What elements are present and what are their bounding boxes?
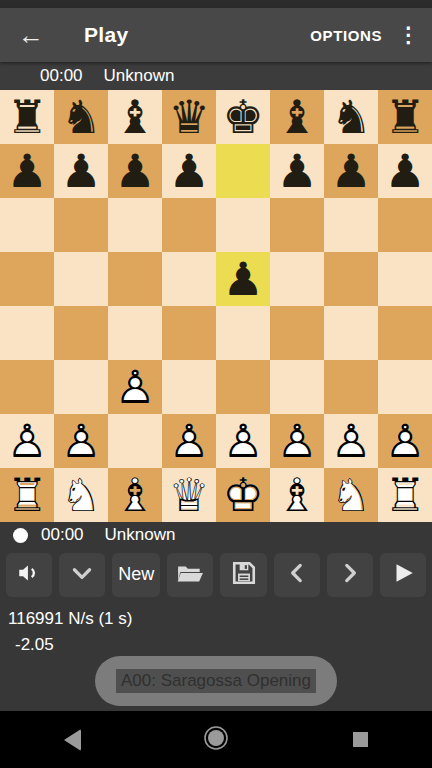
square-c3[interactable]: ♟♙	[108, 360, 162, 414]
black-pawn-c7: ♟	[108, 144, 162, 198]
square-d8[interactable]: ♛	[162, 90, 216, 144]
new-game-button[interactable]: New	[112, 553, 160, 597]
square-f6[interactable]	[270, 198, 324, 252]
move-forward-button[interactable]	[327, 553, 373, 597]
sound-button[interactable]	[6, 553, 52, 597]
square-c7[interactable]: ♟	[108, 144, 162, 198]
square-a7[interactable]: ♟	[0, 144, 54, 198]
square-b8[interactable]: ♞	[54, 90, 108, 144]
nav-back-button[interactable]	[0, 729, 144, 751]
black-bishop-c8: ♝	[108, 90, 162, 144]
white-player-name: Unknown	[105, 525, 176, 545]
white-king-e1: ♚♔	[216, 468, 270, 522]
square-e5[interactable]: ♟	[216, 252, 270, 306]
white-pawn-c3: ♟♙	[108, 360, 162, 414]
square-c8[interactable]: ♝	[108, 90, 162, 144]
square-d6[interactable]	[162, 198, 216, 252]
black-clock-time: 00:00	[40, 66, 83, 86]
app-bar: ← Play OPTIONS ⋮	[0, 8, 432, 62]
square-d3[interactable]	[162, 360, 216, 414]
square-e4[interactable]	[216, 306, 270, 360]
chess-board[interactable]: ♜♞♝♛♚♝♞♜♟♟♟♟♟♟♟♟♟♙♟♙♟♙♟♙♟♙♟♙♟♙♟♙♜♖♞♘♝♗♛♕…	[0, 90, 432, 522]
square-b7[interactable]: ♟	[54, 144, 108, 198]
square-g3[interactable]	[324, 360, 378, 414]
engine-eval-line: -2.05	[8, 632, 432, 658]
white-knight-b1: ♞♘	[54, 468, 108, 522]
white-pawn-b2: ♟♙	[54, 414, 108, 468]
square-f1[interactable]: ♝♗	[270, 468, 324, 522]
square-a5[interactable]	[0, 252, 54, 306]
white-pawn-e2: ♟♙	[216, 414, 270, 468]
black-knight-b8: ♞	[54, 90, 108, 144]
move-list-dropdown-button[interactable]	[59, 553, 105, 597]
white-rook-a1: ♜♖	[0, 468, 54, 522]
square-f5[interactable]	[270, 252, 324, 306]
white-pawn-f2: ♟♙	[270, 414, 324, 468]
folder-open-icon	[176, 560, 204, 589]
open-file-button[interactable]	[167, 553, 213, 597]
square-b6[interactable]	[54, 198, 108, 252]
square-d7[interactable]: ♟	[162, 144, 216, 198]
black-king-e8: ♚	[216, 90, 270, 144]
white-queen-d1: ♛♕	[162, 468, 216, 522]
square-b5[interactable]	[54, 252, 108, 306]
square-g1[interactable]: ♞♘	[324, 468, 378, 522]
move-back-button[interactable]	[274, 553, 320, 597]
square-g6[interactable]	[324, 198, 378, 252]
square-f3[interactable]	[270, 360, 324, 414]
square-d5[interactable]	[162, 252, 216, 306]
white-clock-time: 00:00	[41, 525, 84, 545]
opening-toast-text: A00: Saragossa Opening	[116, 669, 316, 693]
square-h8[interactable]: ♜	[378, 90, 432, 144]
white-bishop-f1: ♝♗	[270, 468, 324, 522]
nav-back-icon	[64, 729, 81, 751]
play-icon	[390, 560, 416, 589]
nav-home-button[interactable]	[144, 723, 288, 757]
square-e2[interactable]: ♟♙	[216, 414, 270, 468]
square-e7[interactable]	[216, 144, 270, 198]
square-f4[interactable]	[270, 306, 324, 360]
black-rook-a8: ♜	[0, 90, 54, 144]
nav-home-icon	[201, 723, 231, 757]
black-pawn-a7: ♟	[0, 144, 54, 198]
status-bar	[0, 0, 432, 8]
square-a8[interactable]: ♜	[0, 90, 54, 144]
engine-nps-line: 116991 N/s (1 s)	[8, 606, 432, 632]
square-d4[interactable]	[162, 306, 216, 360]
square-a4[interactable]	[0, 306, 54, 360]
white-to-move-indicator	[13, 528, 28, 543]
square-e3[interactable]	[216, 360, 270, 414]
black-pawn-f7: ♟	[270, 144, 324, 198]
black-bishop-f8: ♝	[270, 90, 324, 144]
go-play-button[interactable]	[380, 553, 426, 597]
square-b1[interactable]: ♞♘	[54, 468, 108, 522]
white-rook-h1: ♜♖	[378, 468, 432, 522]
square-a6[interactable]	[0, 198, 54, 252]
opening-toast: A00: Saragossa Opening	[95, 656, 337, 706]
square-b4[interactable]	[54, 306, 108, 360]
black-pawn-b7: ♟	[54, 144, 108, 198]
square-b3[interactable]	[54, 360, 108, 414]
square-h6[interactable]	[378, 198, 432, 252]
chevron-down-icon	[69, 560, 95, 589]
square-e1[interactable]: ♚♔	[216, 468, 270, 522]
nav-recents-button[interactable]	[288, 732, 432, 747]
square-c1[interactable]: ♝♗	[108, 468, 162, 522]
black-pawn-h7: ♟	[378, 144, 432, 198]
nav-recents-icon	[353, 732, 368, 747]
bottom-panel: 00:00 Unknown New	[0, 522, 432, 711]
black-pawn-e5: ♟	[216, 252, 270, 306]
black-pawn-d7: ♟	[162, 144, 216, 198]
phone-screen: ← Play OPTIONS ⋮ 00:00 Unknown ♜♞♝♛♚♝♞♜♟…	[0, 0, 432, 768]
chevron-right-icon	[337, 560, 363, 589]
toolbar: New	[0, 548, 432, 598]
square-g4[interactable]	[324, 306, 378, 360]
white-pawn-g2: ♟♙	[324, 414, 378, 468]
square-c6[interactable]	[108, 198, 162, 252]
square-g8[interactable]: ♞	[324, 90, 378, 144]
black-clock-row: 00:00 Unknown	[0, 62, 432, 90]
new-game-label: New	[118, 564, 154, 585]
square-a3[interactable]	[0, 360, 54, 414]
engine-output: 116991 N/s (1 s) -2.05	[0, 598, 432, 658]
square-b2[interactable]: ♟♙	[54, 414, 108, 468]
square-d1[interactable]: ♛♕	[162, 468, 216, 522]
speaker-icon	[16, 560, 42, 589]
page-title: Play	[84, 23, 310, 47]
square-h3[interactable]	[378, 360, 432, 414]
square-a1[interactable]: ♜♖	[0, 468, 54, 522]
black-player-name: Unknown	[104, 66, 175, 86]
white-clock-row: 00:00 Unknown	[0, 522, 432, 548]
black-queen-d8: ♛	[162, 90, 216, 144]
black-knight-g8: ♞	[324, 90, 378, 144]
square-c5[interactable]	[108, 252, 162, 306]
square-h5[interactable]	[378, 252, 432, 306]
save-game-button[interactable]	[220, 553, 266, 597]
square-d2[interactable]: ♟♙	[162, 414, 216, 468]
square-f2[interactable]: ♟♙	[270, 414, 324, 468]
white-pawn-a2: ♟♙	[0, 414, 54, 468]
square-h2[interactable]: ♟♙	[378, 414, 432, 468]
white-bishop-c1: ♝♗	[108, 468, 162, 522]
options-button[interactable]: OPTIONS	[310, 27, 382, 44]
black-rook-h8: ♜	[378, 90, 432, 144]
overflow-menu-icon[interactable]: ⋮	[398, 25, 419, 45]
white-pawn-d2: ♟♙	[162, 414, 216, 468]
square-h7[interactable]: ♟	[378, 144, 432, 198]
square-h4[interactable]	[378, 306, 432, 360]
white-pawn-h2: ♟♙	[378, 414, 432, 468]
square-c2[interactable]	[108, 414, 162, 468]
square-f8[interactable]: ♝	[270, 90, 324, 144]
floppy-disk-icon	[231, 560, 257, 589]
square-e6[interactable]	[216, 198, 270, 252]
square-g5[interactable]	[324, 252, 378, 306]
square-f7[interactable]: ♟	[270, 144, 324, 198]
square-e8[interactable]: ♚	[216, 90, 270, 144]
square-h1[interactable]: ♜♖	[378, 468, 432, 522]
android-nav-bar	[0, 711, 432, 768]
square-g7[interactable]: ♟	[324, 144, 378, 198]
square-g2[interactable]: ♟♙	[324, 414, 378, 468]
square-a2[interactable]: ♟♙	[0, 414, 54, 468]
black-pawn-g7: ♟	[324, 144, 378, 198]
square-c4[interactable]	[108, 306, 162, 360]
chevron-left-icon	[284, 560, 310, 589]
back-arrow-icon[interactable]: ←	[18, 22, 44, 48]
white-knight-g1: ♞♘	[324, 468, 378, 522]
